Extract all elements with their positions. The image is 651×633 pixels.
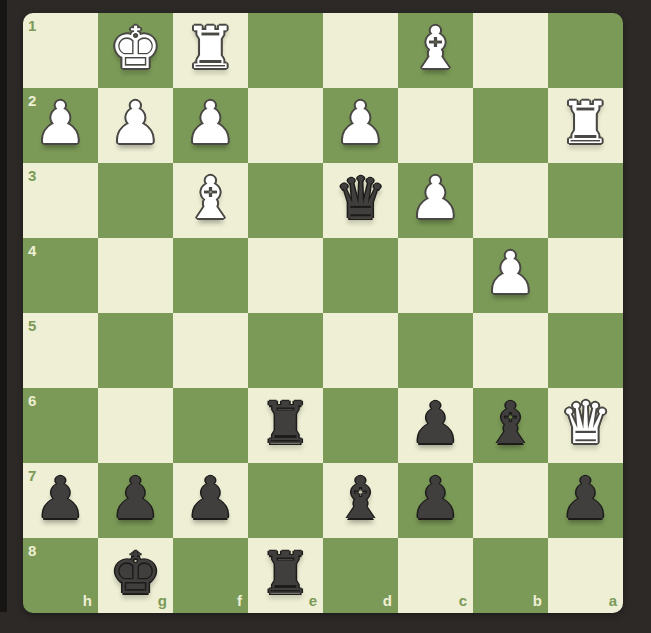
square-a2[interactable]: ♜	[548, 88, 623, 163]
square-d4[interactable]	[323, 238, 398, 313]
square-g3[interactable]	[98, 163, 173, 238]
piece-white-rook-f1[interactable]: ♜	[185, 19, 237, 77]
file-label-h: h	[83, 593, 92, 608]
file-label-d: d	[383, 593, 392, 608]
rank-label-6: 6	[28, 393, 36, 408]
square-e5[interactable]	[248, 313, 323, 388]
piece-white-pawn-c3[interactable]: ♟	[410, 169, 462, 227]
piece-white-king-g1[interactable]: ♚	[110, 19, 162, 77]
square-f1[interactable]: ♜	[173, 13, 248, 88]
piece-white-pawn-g2[interactable]: ♟	[110, 94, 162, 152]
piece-white-bishop-f3[interactable]: ♝	[185, 169, 237, 227]
piece-white-pawn-h2[interactable]: ♟	[35, 94, 87, 152]
square-b2[interactable]	[473, 88, 548, 163]
square-f4[interactable]	[173, 238, 248, 313]
square-b4[interactable]: ♟	[473, 238, 548, 313]
piece-black-pawn-f7[interactable]: ♟	[185, 469, 237, 527]
square-a8[interactable]: a	[548, 538, 623, 613]
square-h6[interactable]: 6	[23, 388, 98, 463]
piece-black-bishop-b6[interactable]: ♝	[485, 394, 537, 452]
square-a7[interactable]: ♟	[548, 463, 623, 538]
square-h2[interactable]: 2♟	[23, 88, 98, 163]
square-g7[interactable]: ♟	[98, 463, 173, 538]
square-f3[interactable]: ♝	[173, 163, 248, 238]
square-d1[interactable]	[323, 13, 398, 88]
square-c8[interactable]: c	[398, 538, 473, 613]
piece-black-rook-e8[interactable]: ♜	[260, 544, 312, 602]
piece-black-pawn-c7[interactable]: ♟	[410, 469, 462, 527]
square-b7[interactable]	[473, 463, 548, 538]
square-d7[interactable]: ♝	[323, 463, 398, 538]
square-g4[interactable]	[98, 238, 173, 313]
square-f8[interactable]: f	[173, 538, 248, 613]
square-f5[interactable]	[173, 313, 248, 388]
file-label-b: b	[533, 593, 542, 608]
piece-black-bishop-d7[interactable]: ♝	[335, 469, 387, 527]
square-g2[interactable]: ♟	[98, 88, 173, 163]
rank-label-4: 4	[28, 243, 36, 258]
square-h8[interactable]: 8h	[23, 538, 98, 613]
square-f6[interactable]	[173, 388, 248, 463]
square-g5[interactable]	[98, 313, 173, 388]
piece-white-pawn-d2[interactable]: ♟	[335, 94, 387, 152]
square-b5[interactable]	[473, 313, 548, 388]
piece-black-pawn-c6[interactable]: ♟	[410, 394, 462, 452]
chess-board: 1♚♜♝2♟♟♟♟♜3♝♛♟4♟56♜♟♝♛7♟♟♟♝♟♟8hg♚fe♜dcba	[23, 13, 623, 613]
piece-black-king-g8[interactable]: ♚	[110, 544, 162, 602]
file-label-a: a	[609, 593, 617, 608]
square-e3[interactable]	[248, 163, 323, 238]
square-e4[interactable]	[248, 238, 323, 313]
square-e6[interactable]: ♜	[248, 388, 323, 463]
rank-label-3: 3	[28, 168, 36, 183]
piece-black-rook-e6[interactable]: ♜	[260, 394, 312, 452]
window-edge	[0, 0, 7, 612]
square-a5[interactable]	[548, 313, 623, 388]
square-d5[interactable]	[323, 313, 398, 388]
rank-label-1: 1	[28, 18, 36, 33]
square-h5[interactable]: 5	[23, 313, 98, 388]
square-b1[interactable]	[473, 13, 548, 88]
square-b3[interactable]	[473, 163, 548, 238]
rank-label-8: 8	[28, 543, 36, 558]
square-h7[interactable]: 7♟	[23, 463, 98, 538]
square-a4[interactable]	[548, 238, 623, 313]
rank-label-5: 5	[28, 318, 36, 333]
square-c7[interactable]: ♟	[398, 463, 473, 538]
piece-white-queen-a6[interactable]: ♛	[560, 394, 612, 452]
square-c1[interactable]: ♝	[398, 13, 473, 88]
square-c5[interactable]	[398, 313, 473, 388]
square-b6[interactable]: ♝	[473, 388, 548, 463]
square-e7[interactable]	[248, 463, 323, 538]
square-h4[interactable]: 4	[23, 238, 98, 313]
square-g1[interactable]: ♚	[98, 13, 173, 88]
file-label-c: c	[459, 593, 467, 608]
square-e1[interactable]	[248, 13, 323, 88]
piece-white-pawn-b4[interactable]: ♟	[485, 244, 537, 302]
square-c6[interactable]: ♟	[398, 388, 473, 463]
square-a3[interactable]	[548, 163, 623, 238]
square-e8[interactable]: e♜	[248, 538, 323, 613]
square-h3[interactable]: 3	[23, 163, 98, 238]
square-a1[interactable]	[548, 13, 623, 88]
square-f2[interactable]: ♟	[173, 88, 248, 163]
square-d2[interactable]: ♟	[323, 88, 398, 163]
square-h1[interactable]: 1	[23, 13, 98, 88]
piece-black-pawn-h7[interactable]: ♟	[35, 469, 87, 527]
square-c2[interactable]	[398, 88, 473, 163]
piece-black-queen-d3[interactable]: ♛	[335, 169, 387, 227]
square-d8[interactable]: d	[323, 538, 398, 613]
piece-black-pawn-a7[interactable]: ♟	[560, 469, 612, 527]
square-c4[interactable]	[398, 238, 473, 313]
piece-white-rook-a2[interactable]: ♜	[560, 94, 612, 152]
square-d6[interactable]	[323, 388, 398, 463]
square-a6[interactable]: ♛	[548, 388, 623, 463]
piece-black-pawn-g7[interactable]: ♟	[110, 469, 162, 527]
piece-white-pawn-f2[interactable]: ♟	[185, 94, 237, 152]
square-g8[interactable]: g♚	[98, 538, 173, 613]
square-g6[interactable]	[98, 388, 173, 463]
square-e2[interactable]	[248, 88, 323, 163]
file-label-f: f	[237, 593, 242, 608]
square-b8[interactable]: b	[473, 538, 548, 613]
app-background: 1♚♜♝2♟♟♟♟♜3♝♛♟4♟56♜♟♝♛7♟♟♟♝♟♟8hg♚fe♜dcba	[0, 0, 651, 633]
square-d3[interactable]: ♛	[323, 163, 398, 238]
square-f7[interactable]: ♟	[173, 463, 248, 538]
square-c3[interactable]: ♟	[398, 163, 473, 238]
piece-white-bishop-c1[interactable]: ♝	[410, 19, 462, 77]
